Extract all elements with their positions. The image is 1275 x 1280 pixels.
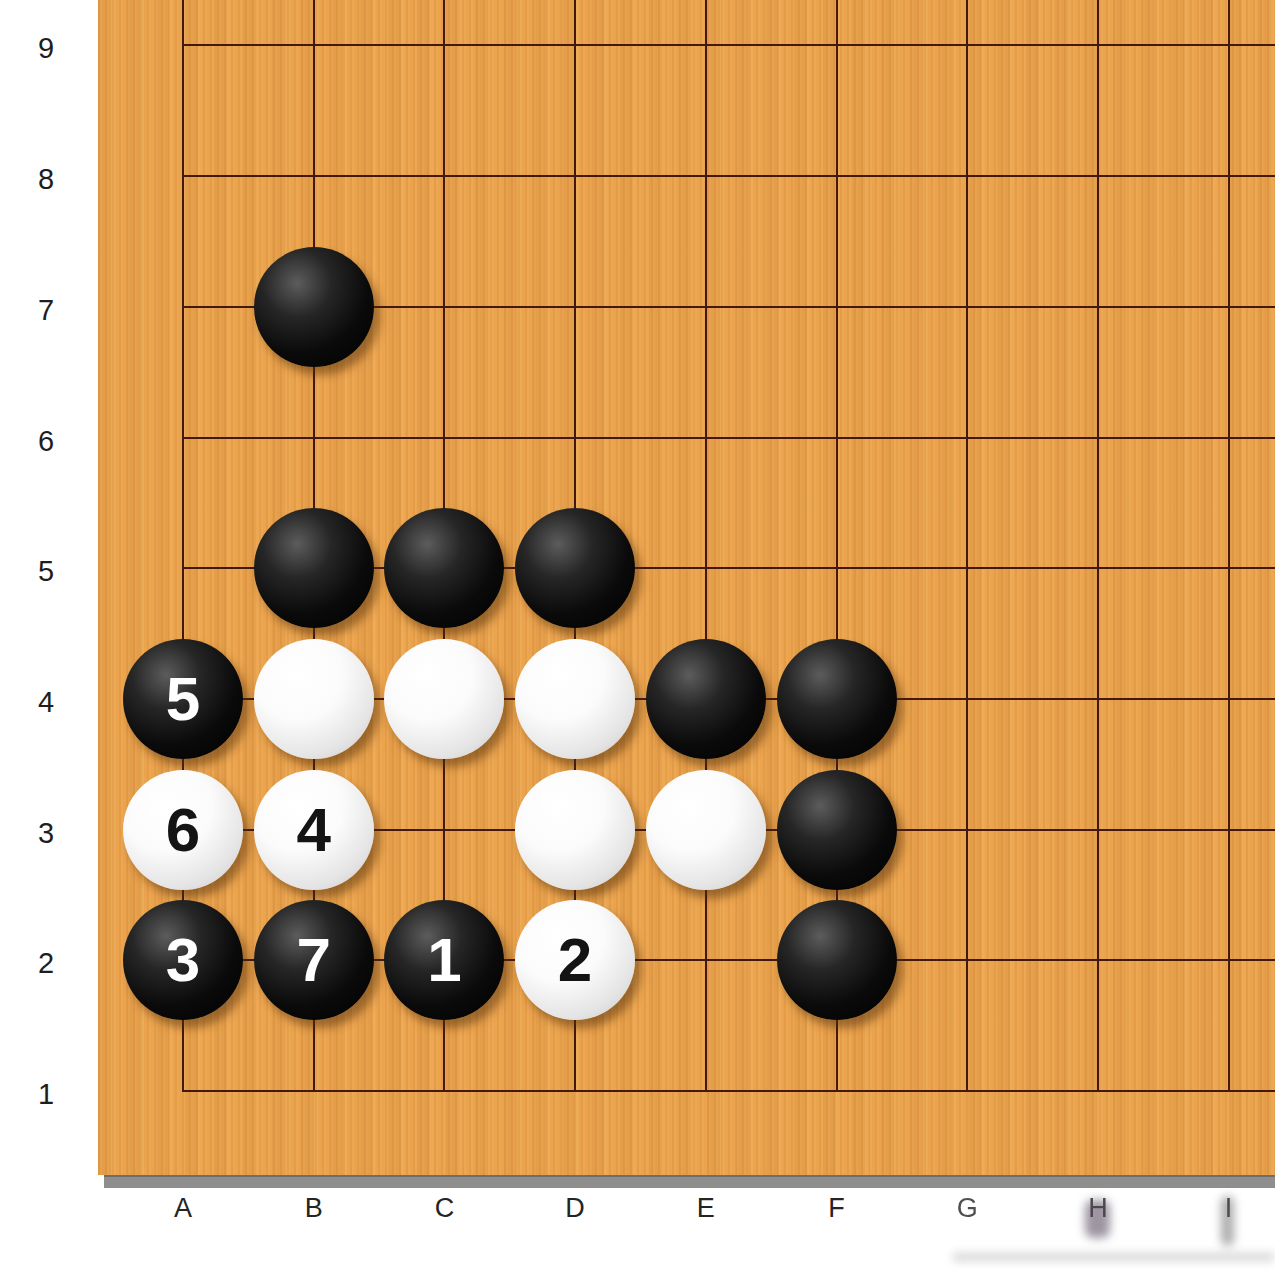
stone-black-A2: 3 xyxy=(123,900,243,1020)
row-label-4: 4 xyxy=(0,685,92,719)
stone-black-B5 xyxy=(254,508,374,628)
row-label-5: 5 xyxy=(0,554,92,588)
stone-white-E3 xyxy=(646,770,766,890)
board-bottom-edge xyxy=(104,1175,1275,1188)
move-number-7: 7 xyxy=(296,929,330,991)
row-label-8: 8 xyxy=(0,162,92,196)
stone-black-F3 xyxy=(777,770,897,890)
row-label-9: 9 xyxy=(0,31,92,65)
col-label-A: A xyxy=(151,1192,215,1224)
col-label-D: D xyxy=(543,1192,607,1224)
row-label-6: 6 xyxy=(0,424,92,458)
move-number-2: 2 xyxy=(558,929,592,991)
stone-black-D5 xyxy=(515,508,635,628)
grid-line-column-H xyxy=(1097,0,1099,1092)
move-number-1: 1 xyxy=(427,929,461,991)
stone-black-E4 xyxy=(646,639,766,759)
move-number-6: 6 xyxy=(166,799,200,861)
grid-line-row-6 xyxy=(182,437,1275,439)
stone-black-A4: 5 xyxy=(123,639,243,759)
move-number-4: 4 xyxy=(296,799,330,861)
stone-black-B7 xyxy=(254,247,374,367)
col-label-C: C xyxy=(412,1192,476,1224)
stone-white-D3 xyxy=(515,770,635,890)
stone-white-D2: 2 xyxy=(515,900,635,1020)
col-label-F: F xyxy=(805,1192,869,1224)
stone-black-F4 xyxy=(777,639,897,759)
go-diagram: 987654321ABCDEFGHI5643712 xyxy=(0,0,1275,1280)
grid-line-column-E xyxy=(705,0,707,1092)
stone-black-C2: 1 xyxy=(384,900,504,1020)
stone-black-C5 xyxy=(384,508,504,628)
row-label-2: 2 xyxy=(0,946,92,980)
move-number-5: 5 xyxy=(166,668,200,730)
move-number-3: 3 xyxy=(166,929,200,991)
grid-line-column-I xyxy=(1228,0,1230,1092)
watermark-smudge xyxy=(1221,1196,1234,1246)
col-label-G: G xyxy=(935,1192,999,1224)
grid-line-row-9 xyxy=(182,44,1275,46)
row-label-1: 1 xyxy=(0,1077,92,1111)
grid-line-row-8 xyxy=(182,175,1275,177)
row-label-3: 3 xyxy=(0,816,92,850)
stone-black-F2 xyxy=(777,900,897,1020)
stone-white-A3: 6 xyxy=(123,770,243,890)
stone-black-B2: 7 xyxy=(254,900,374,1020)
col-label-B: B xyxy=(282,1192,346,1224)
watermark-smudge xyxy=(1085,1200,1110,1238)
stone-white-B4 xyxy=(254,639,374,759)
stone-white-C4 xyxy=(384,639,504,759)
row-label-7: 7 xyxy=(0,293,92,327)
watermark-smudge xyxy=(952,1252,1275,1262)
grid-line-column-G xyxy=(966,0,968,1092)
col-label-E: E xyxy=(674,1192,738,1224)
grid-line-row-1 xyxy=(182,1090,1275,1092)
stone-white-D4 xyxy=(515,639,635,759)
stone-white-B3: 4 xyxy=(254,770,374,890)
